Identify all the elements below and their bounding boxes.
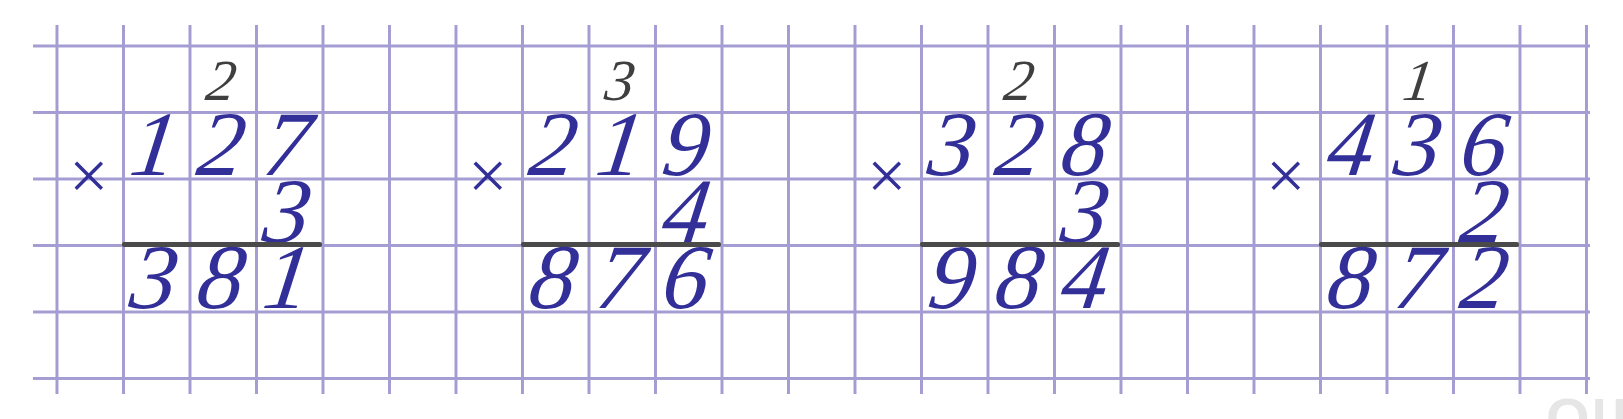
product-hundreds: 8 xyxy=(1319,244,1386,311)
problem-328x3: 2 × 3 2 8 3 9 8 4 xyxy=(854,45,1120,311)
multiplicand-hundreds: 1 xyxy=(122,111,189,178)
multiply-sign-glyph: × xyxy=(69,141,108,211)
problem-127x3: 2 × 1 2 7 3 3 8 1 xyxy=(56,45,322,311)
digit: 2 xyxy=(525,98,584,190)
multiply-sign-glyph: × xyxy=(468,141,507,211)
digit: 4 xyxy=(1323,98,1382,190)
multiplicand-tens: 3 xyxy=(1386,111,1453,178)
problem-219x4: 3 × 2 1 9 4 8 7 6 xyxy=(455,45,721,311)
digit: 2 xyxy=(990,98,1049,190)
product-hundreds: 3 xyxy=(122,244,189,311)
multiplicand-tens: 2 xyxy=(189,111,256,178)
watermark-logo: ОШ xyxy=(1546,390,1623,419)
problem-436x2: 1 × 4 3 6 2 8 7 2 xyxy=(1253,45,1519,311)
multiply-sign-glyph: × xyxy=(867,141,906,211)
multiply-sign: × xyxy=(854,111,921,244)
multiplicand-tens: 2 xyxy=(987,111,1054,178)
product-tens: 7 xyxy=(588,244,655,311)
product-tens: 8 xyxy=(987,244,1054,311)
multiplicand-hundreds: 3 xyxy=(920,111,987,178)
squared-paper-worksheet: 2 × 1 2 7 3 3 8 1 3 × 2 1 9 4 8 7 6 2 × … xyxy=(0,0,1623,419)
digit: 1 xyxy=(126,98,185,190)
multiply-sign: × xyxy=(1253,111,1320,244)
product-hundreds: 8 xyxy=(521,244,588,311)
multiply-sign-glyph: × xyxy=(1266,141,1305,211)
digit: 3 xyxy=(924,98,983,190)
product-hundreds: 9 xyxy=(920,244,987,311)
multiply-sign: × xyxy=(56,111,123,244)
multiplicand-hundreds: 2 xyxy=(521,111,588,178)
multiplicand-tens: 1 xyxy=(588,111,655,178)
product-tens: 8 xyxy=(189,244,256,311)
digit: 1 xyxy=(591,98,650,190)
product-tens: 7 xyxy=(1386,244,1453,311)
digit: 3 xyxy=(1389,98,1448,190)
multiplicand-hundreds: 4 xyxy=(1319,111,1386,178)
multiply-sign: × xyxy=(455,111,522,244)
digit: 2 xyxy=(192,98,251,190)
